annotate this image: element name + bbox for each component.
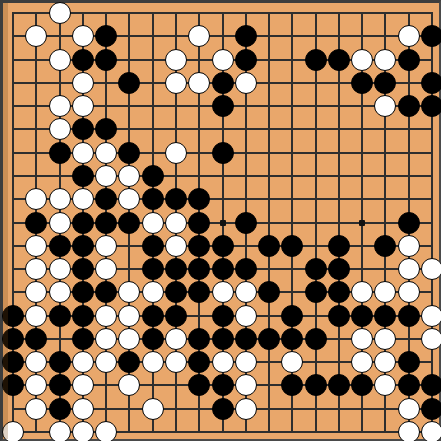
- black-stone[interactable]: [421, 25, 441, 47]
- black-stone[interactable]: [142, 328, 164, 350]
- black-stone[interactable]: [142, 305, 164, 327]
- black-stone[interactable]: [212, 328, 234, 350]
- black-stone[interactable]: [165, 281, 187, 303]
- white-stone[interactable]: [235, 351, 257, 373]
- white-stone[interactable]: [235, 374, 257, 396]
- white-stone[interactable]: [72, 351, 94, 373]
- black-stone[interactable]: [95, 118, 117, 140]
- black-stone[interactable]: [72, 49, 94, 71]
- black-stone[interactable]: [305, 328, 327, 350]
- white-stone[interactable]: [235, 281, 257, 303]
- white-stone[interactable]: [165, 235, 187, 257]
- grid-line-vertical: [338, 12, 340, 433]
- white-stone[interactable]: [118, 281, 140, 303]
- white-stone[interactable]: [95, 421, 117, 441]
- white-stone[interactable]: [421, 305, 441, 327]
- star-point: [220, 220, 226, 226]
- white-stone[interactable]: [142, 398, 164, 420]
- black-stone[interactable]: [235, 25, 257, 47]
- black-stone[interactable]: [72, 118, 94, 140]
- black-stone[interactable]: [95, 212, 117, 234]
- black-stone[interactable]: [188, 281, 210, 303]
- white-stone[interactable]: [188, 72, 210, 94]
- black-stone[interactable]: [398, 351, 420, 373]
- black-stone[interactable]: [258, 281, 280, 303]
- black-stone[interactable]: [142, 235, 164, 257]
- white-stone[interactable]: [165, 49, 187, 71]
- black-stone[interactable]: [374, 235, 396, 257]
- white-stone[interactable]: [421, 258, 441, 280]
- black-stone[interactable]: [49, 142, 71, 164]
- white-stone[interactable]: [49, 118, 71, 140]
- black-stone[interactable]: [118, 212, 140, 234]
- black-stone[interactable]: [49, 235, 71, 257]
- white-stone[interactable]: [398, 25, 420, 47]
- white-stone[interactable]: [49, 421, 71, 441]
- white-stone[interactable]: [25, 305, 47, 327]
- black-stone[interactable]: [281, 328, 303, 350]
- white-stone[interactable]: [118, 374, 140, 396]
- white-stone[interactable]: [72, 421, 94, 441]
- white-stone[interactable]: [95, 235, 117, 257]
- white-stone[interactable]: [25, 258, 47, 280]
- black-stone[interactable]: [165, 258, 187, 280]
- white-stone[interactable]: [49, 212, 71, 234]
- star-point: [359, 220, 365, 226]
- white-stone[interactable]: [374, 281, 396, 303]
- black-stone[interactable]: [328, 374, 350, 396]
- white-stone[interactable]: [95, 351, 117, 373]
- black-stone[interactable]: [49, 398, 71, 420]
- black-stone[interactable]: [212, 142, 234, 164]
- black-stone[interactable]: [188, 351, 210, 373]
- black-stone[interactable]: [212, 398, 234, 420]
- black-stone[interactable]: [374, 305, 396, 327]
- black-stone[interactable]: [142, 258, 164, 280]
- black-stone[interactable]: [281, 305, 303, 327]
- black-stone[interactable]: [118, 142, 140, 164]
- white-stone[interactable]: [165, 328, 187, 350]
- black-stone[interactable]: [188, 374, 210, 396]
- white-stone[interactable]: [2, 421, 24, 441]
- white-stone[interactable]: [142, 281, 164, 303]
- white-stone[interactable]: [212, 49, 234, 71]
- white-stone[interactable]: [374, 95, 396, 117]
- white-stone[interactable]: [374, 49, 396, 71]
- white-stone[interactable]: [188, 25, 210, 47]
- black-stone[interactable]: [398, 305, 420, 327]
- black-stone[interactable]: [258, 328, 280, 350]
- white-stone[interactable]: [374, 328, 396, 350]
- black-stone[interactable]: [72, 305, 94, 327]
- black-stone[interactable]: [95, 281, 117, 303]
- white-stone[interactable]: [118, 305, 140, 327]
- white-stone[interactable]: [95, 305, 117, 327]
- black-stone[interactable]: [72, 165, 94, 187]
- black-stone[interactable]: [305, 49, 327, 71]
- white-stone[interactable]: [398, 235, 420, 257]
- white-stone[interactable]: [25, 25, 47, 47]
- white-stone[interactable]: [49, 95, 71, 117]
- white-stone[interactable]: [351, 49, 373, 71]
- black-stone[interactable]: [49, 374, 71, 396]
- white-stone[interactable]: [351, 328, 373, 350]
- white-stone[interactable]: [165, 351, 187, 373]
- white-stone[interactable]: [212, 351, 234, 373]
- black-stone[interactable]: [305, 281, 327, 303]
- black-stone[interactable]: [305, 258, 327, 280]
- white-stone[interactable]: [95, 258, 117, 280]
- black-stone[interactable]: [118, 72, 140, 94]
- white-stone[interactable]: [235, 398, 257, 420]
- go-game-screenshot: [0, 0, 441, 441]
- black-stone[interactable]: [351, 72, 373, 94]
- white-stone[interactable]: [49, 49, 71, 71]
- white-stone[interactable]: [25, 398, 47, 420]
- white-stone[interactable]: [281, 351, 303, 373]
- black-stone[interactable]: [95, 49, 117, 71]
- black-stone[interactable]: [351, 374, 373, 396]
- black-stone[interactable]: [25, 212, 47, 234]
- black-stone[interactable]: [2, 328, 24, 350]
- black-stone[interactable]: [328, 235, 350, 257]
- white-stone[interactable]: [118, 328, 140, 350]
- white-stone[interactable]: [398, 258, 420, 280]
- black-stone[interactable]: [328, 305, 350, 327]
- white-stone[interactable]: [72, 374, 94, 396]
- black-stone[interactable]: [142, 165, 164, 187]
- black-stone[interactable]: [398, 374, 420, 396]
- black-stone[interactable]: [95, 188, 117, 210]
- white-stone[interactable]: [25, 235, 47, 257]
- white-stone[interactable]: [351, 281, 373, 303]
- black-stone[interactable]: [212, 72, 234, 94]
- black-stone[interactable]: [118, 351, 140, 373]
- white-stone[interactable]: [235, 305, 257, 327]
- white-stone[interactable]: [72, 95, 94, 117]
- black-stone[interactable]: [235, 258, 257, 280]
- white-stone[interactable]: [25, 281, 47, 303]
- white-stone[interactable]: [212, 281, 234, 303]
- white-stone[interactable]: [72, 188, 94, 210]
- white-stone[interactable]: [398, 398, 420, 420]
- black-stone[interactable]: [25, 328, 47, 350]
- white-stone[interactable]: [421, 328, 441, 350]
- black-stone[interactable]: [421, 374, 441, 396]
- black-stone[interactable]: [328, 281, 350, 303]
- white-stone[interactable]: [49, 188, 71, 210]
- white-stone[interactable]: [142, 212, 164, 234]
- black-stone[interactable]: [2, 374, 24, 396]
- black-stone[interactable]: [72, 258, 94, 280]
- black-stone[interactable]: [49, 351, 71, 373]
- black-stone[interactable]: [235, 49, 257, 71]
- white-stone[interactable]: [72, 398, 94, 420]
- black-stone[interactable]: [421, 398, 441, 420]
- black-stone[interactable]: [95, 25, 117, 47]
- black-stone[interactable]: [72, 328, 94, 350]
- black-stone[interactable]: [165, 305, 187, 327]
- black-stone[interactable]: [188, 235, 210, 257]
- white-stone[interactable]: [398, 421, 420, 441]
- black-stone[interactable]: [72, 281, 94, 303]
- white-stone[interactable]: [421, 421, 441, 441]
- white-stone[interactable]: [165, 72, 187, 94]
- black-stone[interactable]: [165, 188, 187, 210]
- white-stone[interactable]: [72, 72, 94, 94]
- black-stone[interactable]: [2, 305, 24, 327]
- black-stone[interactable]: [398, 95, 420, 117]
- white-stone[interactable]: [165, 142, 187, 164]
- black-stone[interactable]: [212, 258, 234, 280]
- white-stone[interactable]: [95, 165, 117, 187]
- white-stone[interactable]: [398, 281, 420, 303]
- white-stone[interactable]: [118, 188, 140, 210]
- black-stone[interactable]: [72, 235, 94, 257]
- black-stone[interactable]: [398, 212, 420, 234]
- white-stone[interactable]: [25, 374, 47, 396]
- black-stone[interactable]: [351, 305, 373, 327]
- black-stone[interactable]: [2, 351, 24, 373]
- black-stone[interactable]: [258, 235, 280, 257]
- black-stone[interactable]: [328, 258, 350, 280]
- white-stone[interactable]: [142, 351, 164, 373]
- black-stone[interactable]: [188, 258, 210, 280]
- black-stone[interactable]: [421, 72, 441, 94]
- white-stone[interactable]: [49, 281, 71, 303]
- white-stone[interactable]: [95, 142, 117, 164]
- black-stone[interactable]: [188, 328, 210, 350]
- white-stone[interactable]: [95, 328, 117, 350]
- black-stone[interactable]: [212, 235, 234, 257]
- black-stone[interactable]: [212, 305, 234, 327]
- white-stone[interactable]: [72, 142, 94, 164]
- black-stone[interactable]: [374, 72, 396, 94]
- black-stone[interactable]: [398, 49, 420, 71]
- black-stone[interactable]: [188, 212, 210, 234]
- grid-line-vertical: [268, 12, 270, 433]
- white-stone[interactable]: [118, 165, 140, 187]
- black-stone[interactable]: [212, 374, 234, 396]
- white-stone[interactable]: [165, 212, 187, 234]
- black-stone[interactable]: [188, 188, 210, 210]
- white-stone[interactable]: [25, 188, 47, 210]
- white-stone[interactable]: [49, 2, 71, 24]
- white-stone[interactable]: [374, 351, 396, 373]
- white-stone[interactable]: [72, 25, 94, 47]
- white-stone[interactable]: [235, 72, 257, 94]
- black-stone[interactable]: [235, 328, 257, 350]
- black-stone[interactable]: [72, 212, 94, 234]
- black-stone[interactable]: [281, 235, 303, 257]
- white-stone[interactable]: [25, 351, 47, 373]
- go-board[interactable]: [0, 0, 441, 441]
- white-stone[interactable]: [374, 374, 396, 396]
- black-stone[interactable]: [328, 49, 350, 71]
- black-stone[interactable]: [49, 305, 71, 327]
- black-stone[interactable]: [281, 374, 303, 396]
- black-stone[interactable]: [421, 95, 441, 117]
- black-stone[interactable]: [235, 212, 257, 234]
- black-stone[interactable]: [142, 188, 164, 210]
- grid-line-vertical: [315, 12, 317, 433]
- white-stone[interactable]: [351, 351, 373, 373]
- black-stone[interactable]: [212, 95, 234, 117]
- black-stone[interactable]: [305, 374, 327, 396]
- white-stone[interactable]: [49, 258, 71, 280]
